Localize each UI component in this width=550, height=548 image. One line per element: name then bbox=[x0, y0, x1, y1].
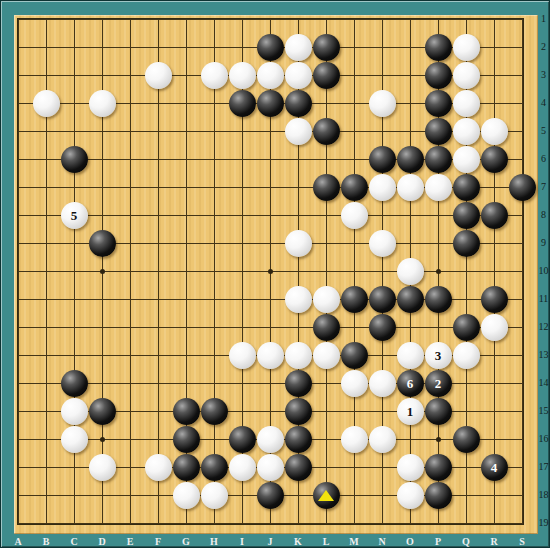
stone-white bbox=[341, 370, 368, 397]
column-label: I bbox=[234, 536, 250, 547]
stone-black bbox=[285, 426, 312, 453]
stone-black bbox=[425, 62, 452, 89]
column-label: Q bbox=[458, 536, 474, 547]
stone-black bbox=[285, 370, 312, 397]
star-point bbox=[436, 269, 441, 274]
stone-black bbox=[313, 482, 340, 509]
stone-white bbox=[229, 454, 256, 481]
column-label: S bbox=[514, 536, 530, 547]
stone-white bbox=[425, 174, 452, 201]
stone-black bbox=[425, 146, 452, 173]
row-label: 5 bbox=[536, 125, 550, 136]
column-label: H bbox=[206, 536, 222, 547]
column-label: C bbox=[66, 536, 82, 547]
stone-black: 2 bbox=[425, 370, 452, 397]
stone-white bbox=[369, 174, 396, 201]
stone-white: 3 bbox=[425, 342, 452, 369]
row-label: 6 bbox=[536, 153, 550, 164]
triangle-marker bbox=[318, 490, 334, 501]
stone-white: 5 bbox=[61, 202, 88, 229]
stone-black bbox=[89, 230, 116, 257]
row-label: 3 bbox=[536, 69, 550, 80]
stone-black bbox=[481, 202, 508, 229]
stone-black bbox=[89, 398, 116, 425]
column-label: O bbox=[402, 536, 418, 547]
stone-black bbox=[425, 34, 452, 61]
go-board[interactable]: 536214 bbox=[14, 15, 538, 534]
stone-white bbox=[285, 118, 312, 145]
stone-white bbox=[369, 370, 396, 397]
stone-black bbox=[313, 34, 340, 61]
column-label: A bbox=[10, 536, 26, 547]
grid-line-vertical bbox=[494, 19, 495, 524]
stone-black bbox=[425, 286, 452, 313]
stone-black bbox=[201, 398, 228, 425]
column-label: B bbox=[38, 536, 54, 547]
stone-black bbox=[313, 314, 340, 341]
column-label: N bbox=[374, 536, 390, 547]
stone-black bbox=[173, 426, 200, 453]
stone-black bbox=[397, 146, 424, 173]
star-point bbox=[100, 437, 105, 442]
row-label: 14 bbox=[536, 377, 550, 388]
row-label: 7 bbox=[536, 181, 550, 192]
stone-white bbox=[201, 482, 228, 509]
stone-black bbox=[425, 90, 452, 117]
row-label: 12 bbox=[536, 321, 550, 332]
stone-white bbox=[61, 426, 88, 453]
stone-white bbox=[257, 426, 284, 453]
move-number: 2 bbox=[435, 377, 442, 390]
stone-white bbox=[313, 286, 340, 313]
stone-black bbox=[313, 62, 340, 89]
row-label: 2 bbox=[536, 41, 550, 52]
stone-black bbox=[341, 342, 368, 369]
star-point bbox=[100, 269, 105, 274]
stone-white bbox=[369, 426, 396, 453]
stone-white bbox=[145, 62, 172, 89]
star-point bbox=[436, 437, 441, 442]
stone-black bbox=[341, 174, 368, 201]
stone-white bbox=[369, 230, 396, 257]
stone-white bbox=[397, 174, 424, 201]
column-label: E bbox=[122, 536, 138, 547]
stone-black bbox=[285, 454, 312, 481]
grid-line-vertical bbox=[522, 19, 523, 524]
column-label: P bbox=[430, 536, 446, 547]
stone-black bbox=[229, 426, 256, 453]
stone-black: 4 bbox=[481, 454, 508, 481]
stone-black bbox=[313, 174, 340, 201]
stone-black bbox=[257, 90, 284, 117]
stone-white bbox=[33, 90, 60, 117]
stone-white bbox=[61, 398, 88, 425]
stone-white bbox=[201, 62, 228, 89]
move-number: 4 bbox=[491, 461, 498, 474]
stone-black bbox=[257, 34, 284, 61]
stone-black bbox=[453, 174, 480, 201]
column-label: D bbox=[94, 536, 110, 547]
move-number: 6 bbox=[407, 377, 414, 390]
move-number: 3 bbox=[435, 349, 442, 362]
row-label: 1 bbox=[536, 13, 550, 24]
stone-black bbox=[453, 426, 480, 453]
stone-black bbox=[173, 398, 200, 425]
stone-black bbox=[285, 398, 312, 425]
stone-black bbox=[397, 286, 424, 313]
stone-white bbox=[397, 342, 424, 369]
stone-black bbox=[369, 146, 396, 173]
stone-white bbox=[453, 62, 480, 89]
column-label: K bbox=[290, 536, 306, 547]
stone-white bbox=[285, 230, 312, 257]
stone-white bbox=[397, 258, 424, 285]
row-label: 19 bbox=[536, 517, 550, 528]
stone-black bbox=[369, 286, 396, 313]
row-label: 4 bbox=[536, 97, 550, 108]
stone-white bbox=[341, 202, 368, 229]
stone-white bbox=[173, 482, 200, 509]
stone-white bbox=[453, 118, 480, 145]
column-label: J bbox=[262, 536, 278, 547]
column-label: L bbox=[318, 536, 334, 547]
row-label: 13 bbox=[536, 349, 550, 360]
row-label: 16 bbox=[536, 433, 550, 444]
stone-black bbox=[229, 90, 256, 117]
stone-white bbox=[397, 482, 424, 509]
grid-line-vertical bbox=[326, 19, 327, 524]
grid-line-horizontal bbox=[18, 523, 523, 524]
stone-white bbox=[89, 454, 116, 481]
row-label: 8 bbox=[536, 209, 550, 220]
stone-black bbox=[425, 398, 452, 425]
stone-black bbox=[61, 146, 88, 173]
stone-black bbox=[481, 286, 508, 313]
stone-black bbox=[313, 118, 340, 145]
stone-white bbox=[481, 314, 508, 341]
move-number: 1 bbox=[407, 405, 414, 418]
column-label: F bbox=[150, 536, 166, 547]
stone-white bbox=[257, 62, 284, 89]
stone-white bbox=[285, 62, 312, 89]
stone-black bbox=[481, 146, 508, 173]
column-label: G bbox=[178, 536, 194, 547]
go-game-window: 536214 ABCDEFGHIJKLMNOPQRS 1234567891011… bbox=[0, 0, 550, 548]
stone-white bbox=[229, 62, 256, 89]
column-label: R bbox=[486, 536, 502, 547]
move-number: 5 bbox=[71, 209, 78, 222]
stone-black bbox=[425, 482, 452, 509]
stone-white bbox=[257, 454, 284, 481]
stone-white bbox=[453, 146, 480, 173]
row-label: 11 bbox=[536, 293, 550, 304]
stone-black bbox=[285, 90, 312, 117]
stone-white bbox=[397, 454, 424, 481]
row-label: 15 bbox=[536, 405, 550, 416]
stone-black bbox=[257, 482, 284, 509]
stone-black bbox=[453, 202, 480, 229]
stone-black bbox=[425, 118, 452, 145]
stone-black bbox=[201, 454, 228, 481]
stone-white bbox=[285, 286, 312, 313]
stone-black bbox=[341, 286, 368, 313]
star-point bbox=[268, 269, 273, 274]
row-label: 9 bbox=[536, 237, 550, 248]
stone-black bbox=[453, 230, 480, 257]
stone-black bbox=[173, 454, 200, 481]
stone-black bbox=[425, 454, 452, 481]
stone-white bbox=[257, 342, 284, 369]
stone-white bbox=[229, 342, 256, 369]
stone-white bbox=[453, 90, 480, 117]
row-label: 10 bbox=[536, 265, 550, 276]
stone-black bbox=[369, 314, 396, 341]
stone-black bbox=[453, 314, 480, 341]
stone-black bbox=[61, 370, 88, 397]
column-label: M bbox=[346, 536, 362, 547]
stone-white bbox=[285, 34, 312, 61]
stone-white bbox=[453, 342, 480, 369]
stone-black bbox=[509, 174, 536, 201]
stone-white bbox=[285, 342, 312, 369]
stone-white bbox=[89, 90, 116, 117]
stone-white: 1 bbox=[397, 398, 424, 425]
row-label: 18 bbox=[536, 489, 550, 500]
stone-white bbox=[313, 342, 340, 369]
stone-white bbox=[145, 454, 172, 481]
row-label: 17 bbox=[536, 461, 550, 472]
stone-white bbox=[369, 90, 396, 117]
stone-black: 6 bbox=[397, 370, 424, 397]
stone-white bbox=[341, 426, 368, 453]
stone-white bbox=[453, 34, 480, 61]
stone-white bbox=[481, 118, 508, 145]
grid-line-horizontal bbox=[18, 327, 523, 328]
